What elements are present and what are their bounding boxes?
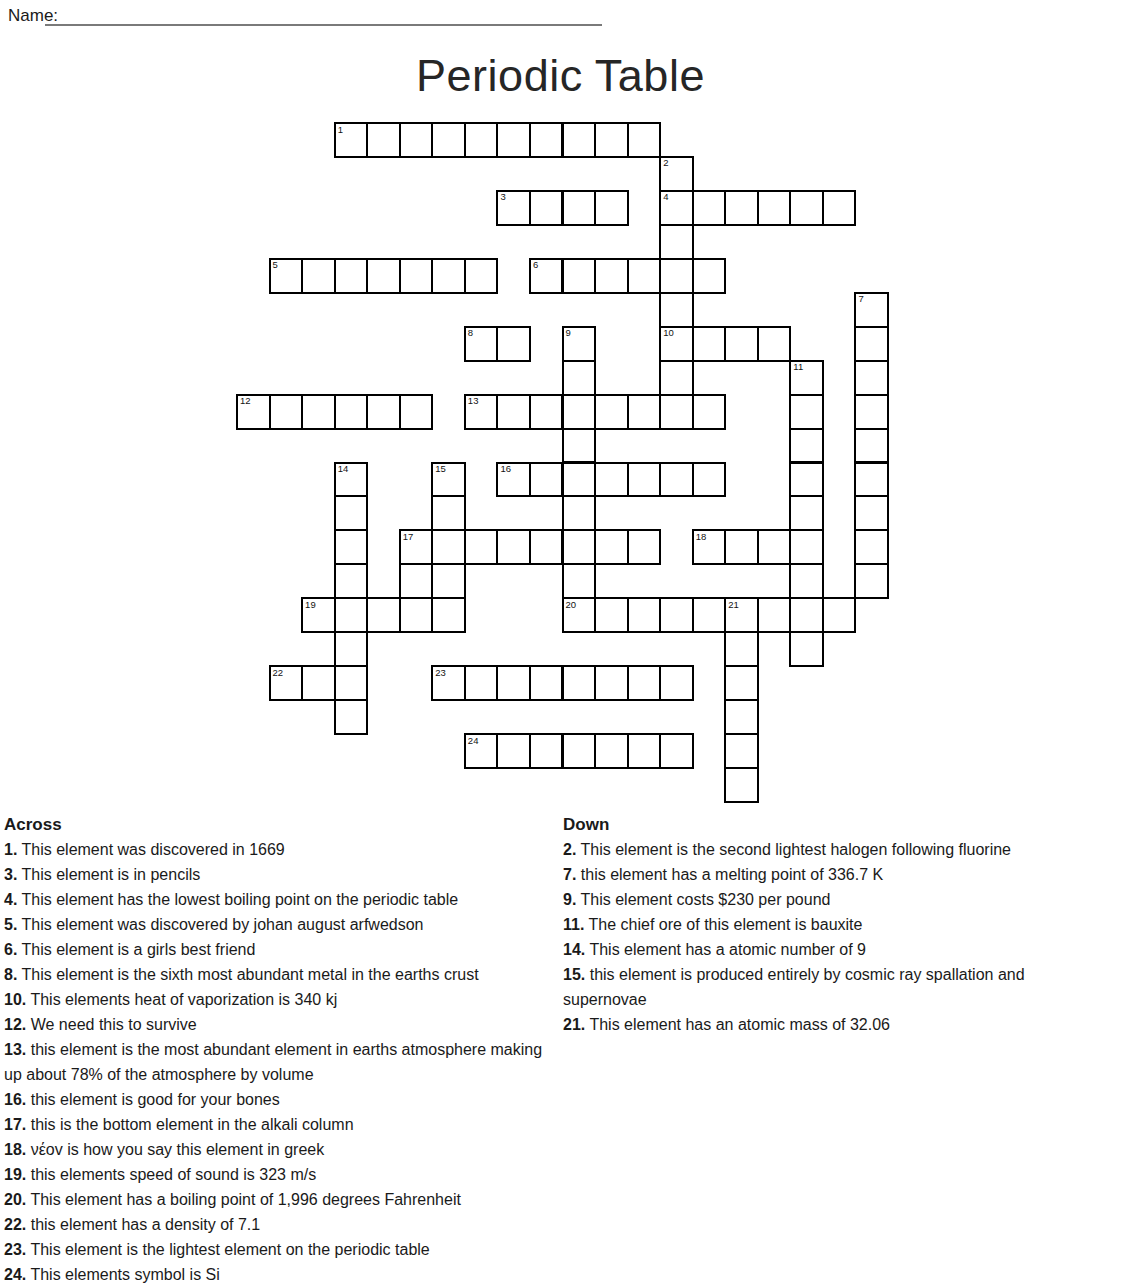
grid-cell[interactable]: 2	[659, 156, 694, 192]
grid-cell[interactable]: 15	[431, 462, 466, 498]
across-clue: 22. this element has a density of 7.1	[4, 1212, 553, 1237]
grid-cell[interactable]	[692, 190, 727, 226]
clue-text: This element was discovered in 1669	[22, 841, 285, 858]
grid-cell[interactable]	[334, 665, 369, 701]
down-clue: 21. This element has an atomic mass of 3…	[563, 1012, 1112, 1037]
grid-cell[interactable]	[464, 665, 499, 701]
page-title: Periodic Table	[0, 50, 1121, 102]
clue-text: This element has an atomic mass of 32.06	[589, 1016, 890, 1033]
clue-number: 2.	[563, 841, 576, 858]
cell-clue-number: 3	[500, 192, 505, 202]
across-clue: 23. This element is the lightest element…	[4, 1237, 553, 1262]
grid-cell[interactable]	[594, 665, 629, 701]
cell-clue-number: 1	[338, 125, 343, 135]
grid-cell[interactable]	[496, 733, 531, 769]
grid-cell[interactable]	[627, 394, 662, 430]
grid-cell[interactable]	[692, 258, 727, 294]
grid-cell[interactable]: 12	[236, 394, 271, 430]
clue-text: This element has a atomic number of 9	[589, 941, 866, 958]
grid-cell[interactable]	[399, 563, 434, 599]
grid-cell[interactable]	[366, 258, 401, 294]
across-clue: 13. this element is the most abundant el…	[4, 1037, 553, 1087]
grid-cell[interactable]	[789, 462, 824, 498]
grid-cell[interactable]	[399, 122, 434, 158]
grid-cell[interactable]	[562, 428, 597, 464]
grid-cell[interactable]	[854, 360, 889, 396]
grid-cell[interactable]	[562, 394, 597, 430]
down-clue: 15. this element is produced entirely by…	[563, 962, 1112, 1012]
grid-cell[interactable]	[399, 597, 434, 633]
cell-clue-number: 6	[533, 260, 538, 270]
grid-cell[interactable]: 9	[562, 326, 597, 362]
grid-cell[interactable]	[627, 122, 662, 158]
across-clue-list: 1. This element was discovered in 16693.…	[4, 837, 553, 1286]
cell-clue-number: 7	[858, 294, 863, 304]
clue-number: 8.	[4, 966, 17, 983]
grid-cell[interactable]: 22	[269, 665, 304, 701]
grid-cell[interactable]	[757, 529, 792, 565]
grid-cell[interactable]	[789, 529, 824, 565]
clue-number: 23.	[4, 1241, 26, 1258]
grid-cell[interactable]	[659, 665, 694, 701]
grid-cell[interactable]: 6	[529, 258, 564, 294]
grid-cell[interactable]: 21	[724, 597, 759, 633]
across-clue: 17. this is the bottom element in the al…	[4, 1112, 553, 1137]
grid-cell[interactable]	[627, 462, 662, 498]
clue-text: this is the bottom element in the alkali…	[31, 1116, 354, 1133]
cell-clue-number: 18	[696, 532, 707, 542]
grid-cell[interactable]: 13	[464, 394, 499, 430]
grid-cell[interactable]	[431, 122, 466, 158]
grid-cell[interactable]	[757, 597, 792, 633]
grid-cell[interactable]	[594, 733, 629, 769]
grid-cell[interactable]	[724, 190, 759, 226]
grid-cell[interactable]	[562, 563, 597, 599]
grid-cell[interactable]	[562, 360, 597, 396]
cell-clue-number: 9	[566, 328, 571, 338]
grid-cell[interactable]	[562, 258, 597, 294]
clue-text: This element is a girls best friend	[22, 941, 256, 958]
grid-cell[interactable]	[301, 665, 336, 701]
cell-clue-number: 20	[566, 600, 577, 610]
grid-cell[interactable]	[464, 529, 499, 565]
grid-cell[interactable]	[464, 258, 499, 294]
grid-cell[interactable]	[659, 733, 694, 769]
clue-number: 4.	[4, 891, 17, 908]
grid-cell[interactable]: 3	[496, 190, 531, 226]
grid-cell[interactable]	[659, 597, 694, 633]
grid-cell[interactable]: 16	[496, 462, 531, 498]
grid-cell[interactable]	[627, 529, 662, 565]
grid-cell[interactable]: 18	[692, 529, 727, 565]
grid-cell[interactable]	[529, 733, 564, 769]
cell-clue-number: 21	[728, 600, 739, 610]
clue-text: This element is in pencils	[22, 866, 201, 883]
grid-cell[interactable]	[562, 122, 597, 158]
grid-cell[interactable]	[854, 428, 889, 464]
cell-clue-number: 4	[663, 192, 668, 202]
grid-cell[interactable]	[562, 665, 597, 701]
grid-cell[interactable]	[366, 597, 401, 633]
grid-cell[interactable]	[529, 462, 564, 498]
across-clue: 12. We need this to survive	[4, 1012, 553, 1037]
grid-cell[interactable]: 4	[659, 190, 694, 226]
grid-cell[interactable]	[659, 258, 694, 294]
grid-cell[interactable]	[334, 495, 369, 531]
grid-cell[interactable]	[692, 326, 727, 362]
grid-cell[interactable]	[822, 190, 857, 226]
across-clue: 1. This element was discovered in 1669	[4, 837, 553, 862]
down-clue: 11. The chief ore of this element is bau…	[563, 912, 1112, 937]
across-clues-section: Across 1. This element was discovered in…	[4, 812, 553, 1286]
cell-clue-number: 24	[468, 736, 479, 746]
clue-number: 9.	[563, 891, 576, 908]
grid-cell[interactable]: 11	[789, 360, 824, 396]
clue-text: This element has a boiling point of 1,99…	[30, 1191, 461, 1208]
clue-text: this elements speed of sound is 323 m/s	[31, 1166, 317, 1183]
cell-clue-number: 5	[273, 260, 278, 270]
down-header: Down	[563, 812, 1112, 837]
clue-text: The chief ore of this element is bauxite	[589, 916, 863, 933]
grid-cell[interactable]	[496, 394, 531, 430]
clue-number: 17.	[4, 1116, 26, 1133]
grid-cell[interactable]	[562, 529, 597, 565]
clue-number: 20.	[4, 1191, 26, 1208]
grid-cell[interactable]	[854, 495, 889, 531]
grid-cell[interactable]: 10	[659, 326, 694, 362]
grid-cell[interactable]	[789, 631, 824, 667]
grid-cell[interactable]	[366, 394, 401, 430]
grid-cell[interactable]	[789, 495, 824, 531]
name-fill-in-line[interactable]	[45, 24, 602, 26]
grid-cell[interactable]: 24	[464, 733, 499, 769]
grid-cell[interactable]	[757, 190, 792, 226]
grid-cell[interactable]	[659, 360, 694, 396]
grid-cell[interactable]: 8	[464, 326, 499, 362]
grid-cell[interactable]	[399, 394, 434, 430]
clue-number: 11.	[563, 916, 584, 933]
grid-cell[interactable]	[854, 326, 889, 362]
grid-cell[interactable]	[334, 597, 369, 633]
grid-cell[interactable]	[529, 122, 564, 158]
grid-cell[interactable]: 23	[431, 665, 466, 701]
grid-cell[interactable]	[562, 190, 597, 226]
clue-number: 12.	[4, 1016, 26, 1033]
grid-cell[interactable]	[431, 597, 466, 633]
grid-cell[interactable]	[594, 597, 629, 633]
grid-cell[interactable]	[431, 529, 466, 565]
clue-number: 13.	[4, 1041, 26, 1058]
clue-text: This element costs $230 per pound	[581, 891, 831, 908]
down-clues-section: Down 2. This element is the second light…	[563, 812, 1112, 1037]
across-clue: 24. This elements symbol is Si	[4, 1262, 553, 1286]
grid-cell[interactable]	[789, 428, 824, 464]
grid-cell[interactable]	[854, 462, 889, 498]
grid-cell[interactable]	[757, 326, 792, 362]
grid-cell[interactable]	[334, 631, 369, 667]
grid-cell[interactable]	[496, 529, 531, 565]
grid-cell[interactable]: 19	[301, 597, 336, 633]
name-label: Name:	[8, 6, 58, 26]
grid-cell[interactable]	[659, 462, 694, 498]
cell-clue-number: 23	[435, 668, 446, 678]
cell-clue-number: 15	[435, 464, 446, 474]
across-clue: 3. This element is in pencils	[4, 862, 553, 887]
clue-number: 19.	[4, 1166, 26, 1183]
grid-cell[interactable]	[724, 665, 759, 701]
clue-number: 10.	[4, 991, 26, 1008]
grid-cell[interactable]	[854, 529, 889, 565]
clue-number: 21.	[563, 1016, 585, 1033]
grid-cell[interactable]	[659, 224, 694, 260]
grid-cell[interactable]	[301, 258, 336, 294]
grid-cell[interactable]	[594, 529, 629, 565]
cell-clue-number: 14	[338, 464, 349, 474]
across-clue: 18. νέov is how you say this element in …	[4, 1137, 553, 1162]
grid-cell[interactable]	[529, 529, 564, 565]
cell-clue-number: 10	[663, 328, 674, 338]
grid-cell[interactable]	[724, 631, 759, 667]
down-clue: 14. This element has a atomic number of …	[563, 937, 1112, 962]
clue-number: 16.	[4, 1091, 26, 1108]
grid-cell[interactable]	[334, 258, 369, 294]
grid-cell[interactable]	[854, 563, 889, 599]
grid-cell[interactable]: 5	[269, 258, 304, 294]
clue-number: 24.	[4, 1266, 26, 1283]
clue-text: This elements heat of vaporization is 34…	[30, 991, 337, 1008]
grid-cell[interactable]	[431, 495, 466, 531]
cell-clue-number: 11	[793, 362, 803, 372]
grid-cell[interactable]: 14	[334, 462, 369, 498]
clue-text: This element is the lightest element on …	[30, 1241, 429, 1258]
down-clue: 7. this element has a melting point of 3…	[563, 862, 1112, 887]
clue-number: 3.	[4, 866, 17, 883]
grid-cell[interactable]	[496, 665, 531, 701]
across-clue: 6. This element is a girls best friend	[4, 937, 553, 962]
clue-number: 1.	[4, 841, 17, 858]
down-clue: 2. This element is the second lightest h…	[563, 837, 1112, 862]
grid-cell[interactable]	[496, 122, 531, 158]
grid-cell[interactable]	[627, 665, 662, 701]
cell-clue-number: 13	[468, 396, 479, 406]
cell-clue-number: 2	[663, 158, 668, 168]
grid-cell[interactable]	[854, 394, 889, 430]
clue-number: 15.	[563, 966, 585, 983]
grid-cell[interactable]	[627, 597, 662, 633]
grid-cell[interactable]	[529, 190, 564, 226]
clue-text: This element is the sixth most abundant …	[22, 966, 479, 983]
clue-number: 18.	[4, 1141, 26, 1158]
grid-cell[interactable]	[789, 563, 824, 599]
grid-cell[interactable]: 1	[334, 122, 369, 158]
grid-cell[interactable]	[724, 767, 759, 803]
grid-cell[interactable]	[464, 122, 499, 158]
grid-cell[interactable]	[594, 122, 629, 158]
down-clue: 9. This element costs $230 per pound	[563, 887, 1112, 912]
grid-cell[interactable]	[789, 394, 824, 430]
grid-cell[interactable]	[529, 394, 564, 430]
cell-clue-number: 12	[240, 396, 251, 406]
grid-cell[interactable]	[724, 326, 759, 362]
grid-cell[interactable]	[659, 394, 694, 430]
grid-cell[interactable]	[562, 462, 597, 498]
grid-cell[interactable]	[334, 699, 369, 735]
cell-clue-number: 16	[500, 464, 511, 474]
grid-cell[interactable]: 7	[854, 292, 889, 328]
clue-text: This element was discovered by johan aug…	[22, 916, 424, 933]
grid-cell[interactable]	[334, 394, 369, 430]
grid-cell[interactable]	[822, 597, 857, 633]
clue-text: νέov is how you say this element in gree…	[31, 1141, 325, 1158]
cell-clue-number: 19	[305, 600, 316, 610]
clue-text: This elements symbol is Si	[30, 1266, 219, 1283]
across-clue: 8. This element is the sixth most abunda…	[4, 962, 553, 987]
grid-cell[interactable]	[301, 394, 336, 430]
name-label-text: Name:	[8, 6, 58, 25]
cell-clue-number: 22	[273, 668, 284, 678]
clue-number: 14.	[563, 941, 585, 958]
grid-cell[interactable]	[431, 258, 466, 294]
grid-cell[interactable]	[334, 563, 369, 599]
clue-text: this element has a melting point of 336.…	[581, 866, 883, 883]
grid-cell[interactable]	[594, 258, 629, 294]
grid-cell[interactable]	[659, 292, 694, 328]
grid-cell[interactable]	[399, 258, 434, 294]
grid-cell[interactable]: 20	[562, 597, 597, 633]
grid-cell[interactable]	[724, 733, 759, 769]
clue-text: this element has a density of 7.1	[31, 1216, 260, 1233]
cell-clue-number: 8	[468, 328, 473, 338]
across-clue: 20. This element has a boiling point of …	[4, 1187, 553, 1212]
clue-text: this element is produced entirely by cos…	[563, 966, 1025, 1008]
grid-cell[interactable]	[529, 665, 564, 701]
grid-cell[interactable]: 17	[399, 529, 434, 565]
clue-number: 5.	[4, 916, 17, 933]
down-clue-list: 2. This element is the second lightest h…	[563, 837, 1112, 1037]
grid-cell[interactable]	[789, 190, 824, 226]
across-clue: 5. This element was discovered by johan …	[4, 912, 553, 937]
grid-cell[interactable]	[366, 122, 401, 158]
clue-text: this element is good for your bones	[31, 1091, 280, 1108]
clue-text: This element has the lowest boiling poin…	[22, 891, 459, 908]
clue-text: We need this to survive	[31, 1016, 197, 1033]
cell-clue-number: 17	[403, 532, 414, 542]
grid-cell[interactable]	[562, 495, 597, 531]
clue-number: 22.	[4, 1216, 26, 1233]
grid-cell[interactable]	[269, 394, 304, 430]
grid-cell[interactable]	[724, 699, 759, 735]
clue-number: 6.	[4, 941, 17, 958]
across-clue: 4. This element has the lowest boiling p…	[4, 887, 553, 912]
grid-cell[interactable]	[692, 597, 727, 633]
clue-text: this element is the most abundant elemen…	[4, 1041, 542, 1083]
across-clue: 16. this element is good for your bones	[4, 1087, 553, 1112]
grid-cell[interactable]	[431, 563, 466, 599]
grid-cell[interactable]	[496, 326, 531, 362]
grid-cell[interactable]	[627, 733, 662, 769]
grid-cell[interactable]	[724, 529, 759, 565]
grid-cell[interactable]	[692, 394, 727, 430]
across-clue: 10. This elements heat of vaporization i…	[4, 987, 553, 1012]
grid-cell[interactable]	[594, 462, 629, 498]
clue-text: This element is the second lightest halo…	[581, 841, 1011, 858]
grid-cell[interactable]	[594, 190, 629, 226]
grid-cell[interactable]	[692, 462, 727, 498]
grid-cell[interactable]	[627, 258, 662, 294]
across-clue: 19. this elements speed of sound is 323 …	[4, 1162, 553, 1187]
clue-number: 7.	[563, 866, 576, 883]
grid-cell[interactable]	[334, 529, 369, 565]
grid-cell[interactable]	[789, 597, 824, 633]
across-header: Across	[4, 812, 553, 837]
grid-cell[interactable]	[562, 733, 597, 769]
grid-cell[interactable]	[594, 394, 629, 430]
